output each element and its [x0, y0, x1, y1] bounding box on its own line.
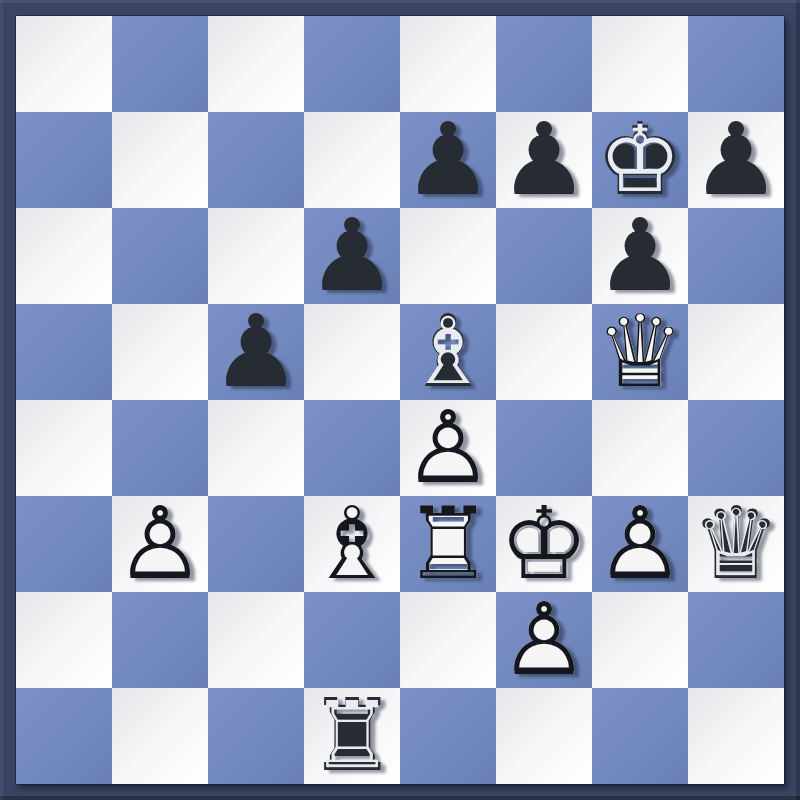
square-c6[interactable] [208, 208, 304, 304]
piece-glyph-fill: ♟ [496, 112, 592, 208]
square-f4[interactable] [496, 400, 592, 496]
piece-glyph-fill: ♟ [400, 112, 496, 208]
piece-glyph-outline: ♔ [496, 496, 592, 592]
square-d4[interactable] [304, 400, 400, 496]
square-e7[interactable]: ♟ [400, 112, 496, 208]
square-g8[interactable] [592, 16, 688, 112]
square-d2[interactable] [304, 592, 400, 688]
square-g1[interactable] [592, 688, 688, 784]
piece-glyph-fill: ♟ [592, 208, 688, 304]
square-a1[interactable] [16, 688, 112, 784]
piece-black-bishop[interactable]: ♝♗ [400, 304, 496, 400]
piece-black-pawn[interactable]: ♟ [208, 304, 304, 400]
board-frame: ♟♟♚♔♟♟♟♟♝♗♛♕♟♙♟♙♝♗♜♖♚♔♟♙♛♕♟♙♜♖ [0, 0, 800, 800]
square-a6[interactable] [16, 208, 112, 304]
square-f1[interactable] [496, 688, 592, 784]
square-b6[interactable] [112, 208, 208, 304]
square-g3[interactable]: ♟♙ [592, 496, 688, 592]
piece-glyph-outline: ♖ [308, 692, 396, 780]
square-g4[interactable] [592, 400, 688, 496]
piece-white-pawn[interactable]: ♟♙ [592, 496, 688, 592]
square-h6[interactable] [688, 208, 784, 304]
chess-board: ♟♟♚♔♟♟♟♟♝♗♛♕♟♙♟♙♝♗♜♖♚♔♟♙♛♕♟♙♜♖ [16, 16, 784, 784]
square-g6[interactable]: ♟ [592, 208, 688, 304]
square-b4[interactable] [112, 400, 208, 496]
square-f6[interactable] [496, 208, 592, 304]
piece-white-bishop[interactable]: ♝♗ [304, 496, 400, 592]
square-b3[interactable]: ♟♙ [112, 496, 208, 592]
square-a2[interactable] [16, 592, 112, 688]
piece-glyph-outline: ♗ [304, 496, 400, 592]
piece-black-king[interactable]: ♚♔ [592, 112, 688, 208]
piece-glyph-outline: ♔ [596, 116, 684, 204]
square-e8[interactable] [400, 16, 496, 112]
square-e5[interactable]: ♝♗ [400, 304, 496, 400]
square-f3[interactable]: ♚♔ [496, 496, 592, 592]
square-b1[interactable] [112, 688, 208, 784]
square-h4[interactable] [688, 400, 784, 496]
square-b8[interactable] [112, 16, 208, 112]
square-e2[interactable] [400, 592, 496, 688]
square-h1[interactable] [688, 688, 784, 784]
square-c1[interactable] [208, 688, 304, 784]
piece-black-pawn[interactable]: ♟ [496, 112, 592, 208]
square-f5[interactable] [496, 304, 592, 400]
square-d8[interactable] [304, 16, 400, 112]
piece-black-pawn[interactable]: ♟ [688, 112, 784, 208]
square-d7[interactable] [304, 112, 400, 208]
piece-black-queen[interactable]: ♛♕ [688, 496, 784, 592]
square-f2[interactable]: ♟♙ [496, 592, 592, 688]
piece-glyph-fill: ♟ [304, 208, 400, 304]
piece-white-rook[interactable]: ♜♖ [400, 496, 496, 592]
piece-glyph-outline: ♙ [496, 592, 592, 688]
piece-black-pawn[interactable]: ♟ [304, 208, 400, 304]
square-f7[interactable]: ♟ [496, 112, 592, 208]
square-h7[interactable]: ♟ [688, 112, 784, 208]
piece-glyph-fill: ♟ [688, 112, 784, 208]
piece-black-pawn[interactable]: ♟ [400, 112, 496, 208]
piece-glyph-outline: ♗ [404, 308, 492, 396]
square-c3[interactable] [208, 496, 304, 592]
piece-glyph-fill: ♟ [208, 304, 304, 400]
square-b5[interactable] [112, 304, 208, 400]
square-e4[interactable]: ♟♙ [400, 400, 496, 496]
piece-glyph-outline: ♖ [400, 496, 496, 592]
piece-white-pawn[interactable]: ♟♙ [112, 496, 208, 592]
square-c2[interactable] [208, 592, 304, 688]
square-g7[interactable]: ♚♔ [592, 112, 688, 208]
square-e1[interactable] [400, 688, 496, 784]
square-a8[interactable] [16, 16, 112, 112]
square-d6[interactable]: ♟ [304, 208, 400, 304]
piece-white-pawn[interactable]: ♟♙ [496, 592, 592, 688]
piece-glyph-outline: ♙ [400, 400, 496, 496]
square-h2[interactable] [688, 592, 784, 688]
square-c4[interactable] [208, 400, 304, 496]
square-a5[interactable] [16, 304, 112, 400]
piece-white-queen[interactable]: ♛♕ [592, 304, 688, 400]
square-g2[interactable] [592, 592, 688, 688]
square-h3[interactable]: ♛♕ [688, 496, 784, 592]
square-f8[interactable] [496, 16, 592, 112]
square-b2[interactable] [112, 592, 208, 688]
piece-glyph-outline: ♕ [592, 304, 688, 400]
square-d5[interactable] [304, 304, 400, 400]
piece-black-pawn[interactable]: ♟ [592, 208, 688, 304]
square-g5[interactable]: ♛♕ [592, 304, 688, 400]
piece-glyph-outline: ♕ [692, 500, 780, 588]
piece-white-pawn[interactable]: ♟♙ [400, 400, 496, 496]
square-c5[interactable]: ♟ [208, 304, 304, 400]
square-b7[interactable] [112, 112, 208, 208]
piece-black-rook[interactable]: ♜♖ [304, 688, 400, 784]
square-d3[interactable]: ♝♗ [304, 496, 400, 592]
square-e6[interactable] [400, 208, 496, 304]
square-h8[interactable] [688, 16, 784, 112]
square-a3[interactable] [16, 496, 112, 592]
piece-white-king[interactable]: ♚♔ [496, 496, 592, 592]
square-a7[interactable] [16, 112, 112, 208]
square-c7[interactable] [208, 112, 304, 208]
square-e3[interactable]: ♜♖ [400, 496, 496, 592]
square-a4[interactable] [16, 400, 112, 496]
square-d1[interactable]: ♜♖ [304, 688, 400, 784]
piece-glyph-outline: ♙ [592, 496, 688, 592]
square-c8[interactable] [208, 16, 304, 112]
square-h5[interactable] [688, 304, 784, 400]
piece-glyph-outline: ♙ [112, 496, 208, 592]
